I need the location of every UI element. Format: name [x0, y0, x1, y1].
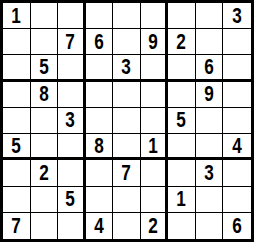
sudoku-cell[interactable]: 4	[223, 134, 251, 160]
sudoku-cell[interactable]	[3, 160, 31, 186]
sudoku-cell[interactable]: 5	[58, 187, 86, 213]
given-digit: 9	[204, 83, 214, 105]
given-digit: 6	[232, 215, 242, 237]
sudoku-cell[interactable]	[196, 134, 224, 160]
sudoku-cell[interactable]	[58, 134, 86, 160]
sudoku-cell[interactable]	[168, 160, 196, 186]
sudoku-cell[interactable]: 7	[58, 29, 86, 55]
sudoku-cell[interactable]	[31, 134, 59, 160]
given-digit: 9	[148, 31, 158, 53]
sudoku-cell[interactable]: 9	[196, 82, 224, 108]
sudoku-cell[interactable]	[113, 82, 141, 108]
given-digit: 5	[177, 109, 187, 131]
sudoku-cell[interactable]	[223, 108, 251, 134]
given-digit: 7	[11, 215, 21, 237]
sudoku-cell[interactable]	[223, 160, 251, 186]
sudoku-cell[interactable]	[223, 82, 251, 108]
sudoku-cell[interactable]	[3, 82, 31, 108]
sudoku-cell[interactable]: 3	[223, 3, 251, 29]
sudoku-cell[interactable]	[223, 187, 251, 213]
sudoku-cell[interactable]	[113, 187, 141, 213]
given-digit: 8	[39, 83, 49, 105]
sudoku-cell[interactable]	[168, 213, 196, 239]
given-digit: 1	[148, 135, 158, 157]
sudoku-cell[interactable]	[168, 3, 196, 29]
given-digit: 3	[232, 5, 242, 27]
sudoku-cell[interactable]: 9	[141, 29, 169, 55]
sudoku-cell[interactable]: 2	[31, 160, 59, 186]
sudoku-cell[interactable]	[3, 29, 31, 55]
sudoku-cell[interactable]	[223, 29, 251, 55]
given-digit: 5	[11, 135, 21, 157]
sudoku-cell[interactable]	[31, 108, 59, 134]
sudoku-cell[interactable]	[168, 134, 196, 160]
given-digit: 2	[148, 215, 158, 237]
sudoku-cell[interactable]	[168, 82, 196, 108]
given-digit: 1	[11, 5, 21, 27]
sudoku-cell[interactable]	[31, 3, 59, 29]
sudoku-cell[interactable]	[86, 3, 114, 29]
sudoku-cell[interactable]: 2	[168, 29, 196, 55]
sudoku-cell[interactable]: 5	[31, 55, 59, 81]
sudoku-cell[interactable]	[113, 3, 141, 29]
sudoku-cell[interactable]: 7	[113, 160, 141, 186]
sudoku-cell[interactable]	[86, 82, 114, 108]
sudoku-cell[interactable]: 3	[196, 160, 224, 186]
sudoku-cell[interactable]	[86, 187, 114, 213]
sudoku-cell[interactable]	[223, 55, 251, 81]
given-digit: 3	[122, 56, 132, 78]
sudoku-cell[interactable]	[113, 29, 141, 55]
sudoku-cell[interactable]	[196, 108, 224, 134]
sudoku-cell[interactable]	[3, 108, 31, 134]
sudoku-cell[interactable]	[58, 3, 86, 29]
sudoku-cell[interactable]: 3	[113, 55, 141, 81]
sudoku-cell[interactable]: 5	[168, 108, 196, 134]
sudoku-cell[interactable]: 3	[58, 108, 86, 134]
given-digit: 6	[94, 31, 104, 53]
sudoku-cell[interactable]	[31, 213, 59, 239]
given-digit: 3	[204, 162, 214, 184]
sudoku-cell[interactable]: 2	[141, 213, 169, 239]
sudoku-cell[interactable]: 1	[3, 3, 31, 29]
given-digit: 2	[177, 31, 187, 53]
given-digit: 2	[39, 162, 49, 184]
sudoku-cell[interactable]	[141, 82, 169, 108]
sudoku-cell[interactable]: 4	[86, 213, 114, 239]
sudoku-cell[interactable]: 8	[86, 134, 114, 160]
sudoku-cell[interactable]	[141, 160, 169, 186]
sudoku-cell[interactable]	[141, 108, 169, 134]
given-digit: 7	[66, 31, 76, 53]
sudoku-cell[interactable]: 6	[86, 29, 114, 55]
given-digit: 8	[94, 135, 104, 157]
sudoku-cell[interactable]	[196, 29, 224, 55]
sudoku-board: 13769253689355814273517426	[0, 0, 254, 242]
sudoku-cell[interactable]	[141, 3, 169, 29]
given-digit: 5	[39, 56, 49, 78]
sudoku-cell[interactable]	[196, 213, 224, 239]
sudoku-cell[interactable]	[58, 82, 86, 108]
sudoku-cell[interactable]	[196, 3, 224, 29]
sudoku-cell[interactable]	[113, 108, 141, 134]
given-digit: 6	[204, 56, 214, 78]
sudoku-cell[interactable]	[3, 55, 31, 81]
sudoku-cell[interactable]	[168, 55, 196, 81]
given-digit: 4	[94, 215, 104, 237]
sudoku-cell[interactable]	[141, 187, 169, 213]
sudoku-cell[interactable]	[86, 108, 114, 134]
given-digit: 3	[66, 109, 76, 131]
given-digit: 5	[66, 188, 76, 210]
sudoku-cell[interactable]	[58, 213, 86, 239]
sudoku-cell[interactable]	[31, 29, 59, 55]
sudoku-cell[interactable]	[58, 160, 86, 186]
sudoku-cell[interactable]	[113, 134, 141, 160]
sudoku-cell[interactable]: 7	[3, 213, 31, 239]
sudoku-cell[interactable]	[86, 160, 114, 186]
given-digit: 7	[122, 162, 132, 184]
sudoku-cell[interactable]	[141, 55, 169, 81]
sudoku-cell[interactable]	[58, 55, 86, 81]
sudoku-cell[interactable]	[113, 213, 141, 239]
given-digit: 4	[232, 135, 242, 157]
sudoku-cell[interactable]: 6	[223, 213, 251, 239]
given-digit: 1	[177, 188, 187, 210]
sudoku-cell[interactable]: 1	[141, 134, 169, 160]
sudoku-cell[interactable]: 1	[168, 187, 196, 213]
sudoku-cell[interactable]	[31, 187, 59, 213]
sudoku-cell[interactable]	[86, 55, 114, 81]
sudoku-cell[interactable]	[196, 187, 224, 213]
sudoku-cell[interactable]: 8	[31, 82, 59, 108]
sudoku-cell[interactable]	[3, 187, 31, 213]
sudoku-cell[interactable]: 6	[196, 55, 224, 81]
sudoku-cell[interactable]: 5	[3, 134, 31, 160]
